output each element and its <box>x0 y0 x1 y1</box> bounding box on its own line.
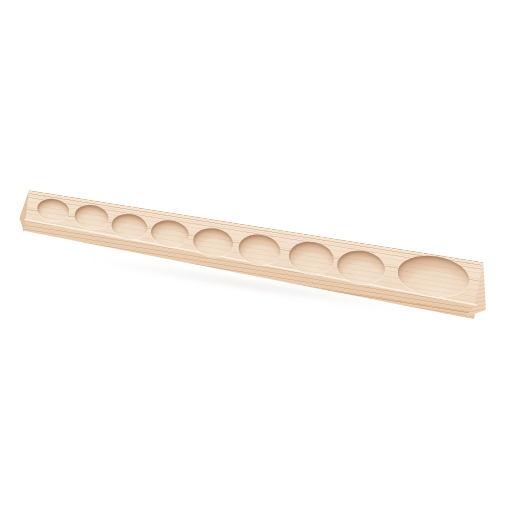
pit-1[interactable] <box>36 197 71 224</box>
pit-cell-pit-3 <box>106 203 152 253</box>
pit-5[interactable] <box>191 225 235 259</box>
pit-cell-pit-7 <box>280 231 338 283</box>
pit-8[interactable] <box>335 247 388 287</box>
pit-4[interactable] <box>149 218 191 250</box>
pit-cell-pit-5 <box>187 216 239 267</box>
pit-cell-pit-4 <box>146 210 194 260</box>
pit-3[interactable] <box>110 212 149 242</box>
photo-stage <box>0 0 510 510</box>
pit-2[interactable] <box>72 203 109 232</box>
pit-6[interactable] <box>236 232 282 268</box>
pit-7[interactable] <box>286 239 335 278</box>
store[interactable] <box>394 251 471 302</box>
pit-cell-pit-1 <box>22 190 74 241</box>
pit-cell-pit-6 <box>232 223 286 274</box>
